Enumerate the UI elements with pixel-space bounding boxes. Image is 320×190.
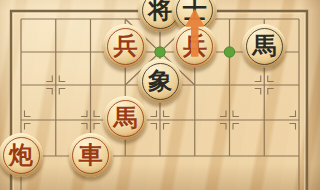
piece-red-horse[interactable]: 馬 — [103, 96, 147, 140]
piece-glyph: 馬 — [252, 34, 276, 58]
piece-red-chariot[interactable]: 車 — [69, 133, 113, 177]
piece-glyph: 炮 — [9, 143, 33, 167]
piece-red-soldier[interactable]: 兵 — [173, 24, 217, 68]
piece-glyph: 車 — [79, 143, 103, 167]
piece-glyph: 兵 — [183, 34, 207, 58]
piece-glyph: 兵 — [113, 34, 137, 58]
piece-glyph: 馬 — [113, 106, 137, 130]
piece-glyph: 士 — [183, 0, 207, 22]
piece-layer: 将士兵兵馬象馬炮車 — [0, 0, 320, 190]
piece-glyph: 将 — [148, 0, 172, 22]
piece-glyph: 象 — [148, 69, 172, 93]
piece-black-horse[interactable]: 馬 — [242, 24, 286, 68]
piece-red-soldier[interactable]: 兵 — [103, 24, 147, 68]
piece-red-cannon[interactable]: 炮 — [0, 133, 43, 177]
xiangqi-board[interactable]: 将士兵兵馬象馬炮車 — [0, 0, 320, 190]
piece-black-elephant[interactable]: 象 — [138, 59, 182, 103]
